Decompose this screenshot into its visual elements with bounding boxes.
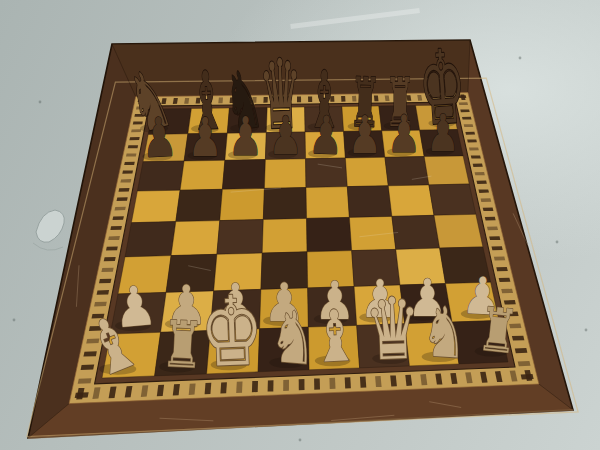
inlay-tick [475, 172, 485, 175]
black-pawn-b7[interactable]: ♟ [188, 105, 223, 168]
surface-streak [290, 8, 420, 29]
inlay-tick [518, 361, 531, 366]
inlay-tick [78, 378, 92, 384]
square-b5[interactable] [176, 189, 223, 221]
square-f5[interactable] [347, 186, 392, 218]
chessboard: ♞♝♞♛♝♜♜♚♟♟♟♟♟♟♟♟♟♟♟♟♟♟♟♟♝♜♚♞♝♛♞♜ [0, 0, 600, 450]
inlay-tick [487, 226, 498, 230]
inlay-tick [104, 257, 116, 261]
inlay-tick [115, 207, 126, 211]
paint-chip-mark [36, 210, 64, 242]
black-pawn-h7[interactable]: ♟ [426, 103, 459, 164]
inlay-tick [117, 197, 128, 201]
inlay-tick [110, 226, 122, 230]
inlay-tick [471, 155, 481, 158]
inlay-tick [481, 198, 492, 202]
inlay-tick [477, 181, 487, 184]
inlay-tick [108, 236, 120, 240]
inlay-tick [521, 374, 534, 379]
surface-speck [556, 241, 559, 244]
square-c4[interactable] [217, 220, 263, 255]
inlay-tick [329, 378, 335, 389]
inlay-tick [485, 217, 496, 221]
white-rook-b1[interactable]: ♜ [160, 306, 206, 382]
square-g4[interactable] [392, 215, 440, 249]
white-rook-h1[interactable]: ♜ [475, 294, 522, 367]
inlay-tick [494, 257, 505, 261]
inlay-tick [97, 290, 110, 295]
square-d5[interactable] [263, 188, 306, 220]
surface-speck [299, 439, 302, 442]
inlay-tick [501, 289, 513, 293]
surface-speck [39, 101, 42, 104]
inlay-tick [119, 188, 130, 192]
inlay-tick [99, 279, 111, 284]
black-pawn-a7[interactable]: ♟ [140, 105, 178, 170]
square-d4[interactable] [262, 218, 307, 253]
inlay-tick [120, 179, 131, 183]
square-h5[interactable] [429, 184, 476, 215]
inlay-tick [101, 268, 113, 272]
white-knight-g1[interactable]: ♞ [419, 291, 470, 374]
white-bishop-e1[interactable]: ♝ [310, 293, 361, 379]
surface-speck [585, 329, 588, 332]
inlay-tick [314, 378, 320, 389]
black-pawn-g7[interactable]: ♟ [387, 104, 420, 165]
inlay-tick [81, 365, 95, 370]
inlay-tick [483, 208, 494, 212]
surface-speck [13, 319, 16, 322]
white-king-c1[interactable]: ♚ [198, 275, 265, 389]
inlay-tick [128, 145, 138, 148]
inlay-tick [122, 170, 133, 173]
square-a5[interactable] [131, 190, 180, 223]
square-h4[interactable] [434, 214, 483, 248]
inlay-tick [515, 348, 528, 353]
inlay-tick [469, 147, 479, 150]
black-pawn-e7[interactable]: ♟ [308, 104, 344, 167]
inlay-tick [113, 216, 124, 220]
square-e5[interactable] [306, 187, 349, 219]
black-pawn-d7[interactable]: ♟ [269, 105, 303, 167]
square-c5[interactable] [220, 188, 265, 220]
square-a4[interactable] [125, 222, 176, 257]
inlay-tick [268, 380, 274, 391]
inlay-tick [283, 380, 289, 391]
square-e4[interactable] [307, 217, 352, 251]
inlay-tick [75, 392, 89, 398]
inlay-tick [473, 164, 483, 167]
inlay-tick [360, 377, 366, 388]
surface-scratch [33, 243, 63, 250]
black-pawn-c7[interactable]: ♟ [228, 106, 262, 168]
inlay-tick [189, 383, 196, 395]
inlay-tick [489, 236, 500, 240]
black-pawn-f7[interactable]: ♟ [348, 104, 382, 165]
surface-speck [519, 57, 522, 60]
inlay-tick [126, 153, 136, 156]
inlay-tick [492, 246, 503, 250]
white-queen-f1[interactable]: ♛ [363, 279, 422, 380]
inlay-tick [106, 246, 118, 250]
square-b4[interactable] [171, 221, 220, 256]
inlay-tick [345, 377, 351, 388]
inlay-tick [129, 137, 139, 140]
square-g5[interactable] [388, 185, 434, 217]
photo-scene: ♞♝♞♛♝♜♜♚♟♟♟♟♟♟♟♟♟♟♟♟♟♟♟♟♝♜♚♞♝♛♞♜ [0, 0, 600, 450]
inlay-tick [124, 162, 135, 165]
inlay-tick [479, 189, 490, 193]
